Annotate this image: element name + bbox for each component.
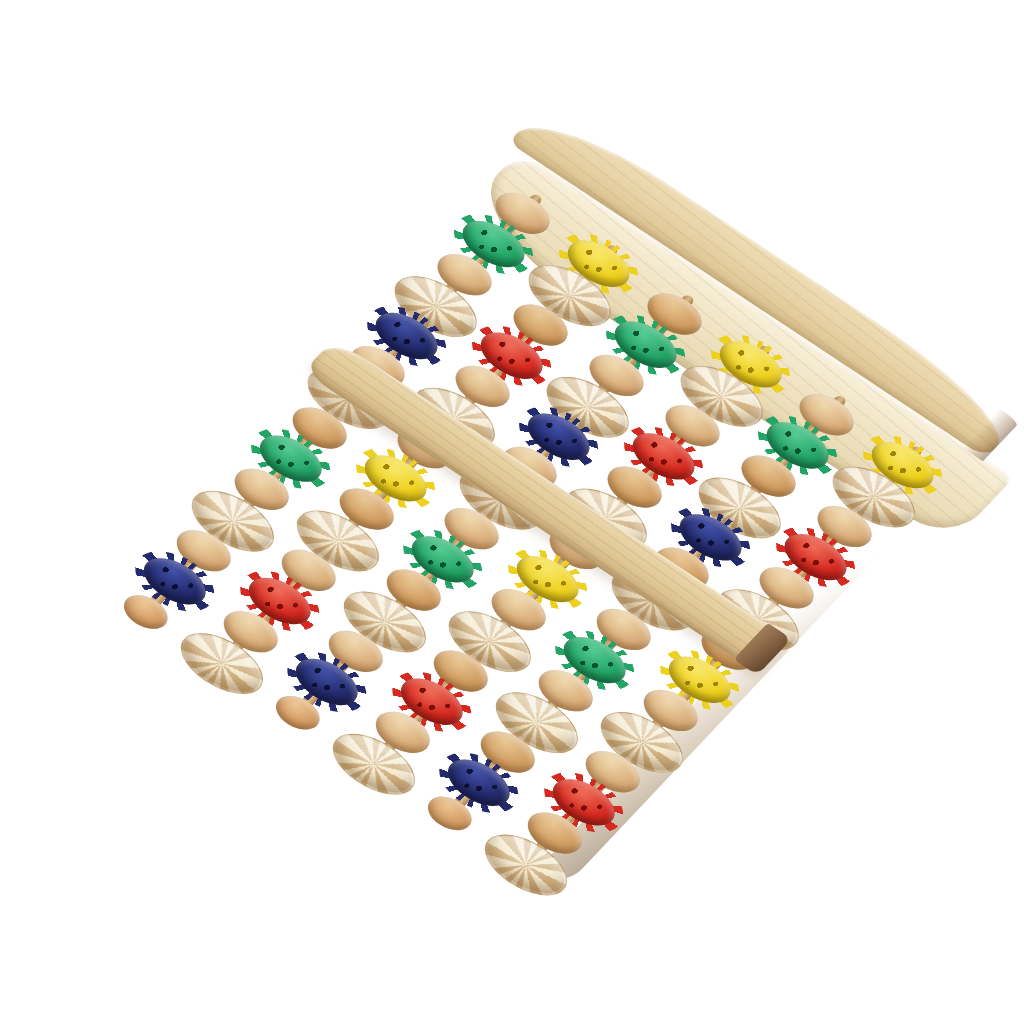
product-photo-wooden-foot-massage-roller xyxy=(0,0,1024,1024)
massager-board xyxy=(92,150,976,905)
